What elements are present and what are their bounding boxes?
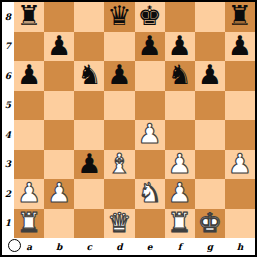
black-pawn-piece[interactable]: ♟ — [47, 32, 71, 59]
rank-labels: 87654321 — [2, 2, 14, 238]
rank-label-2: 2 — [2, 179, 14, 209]
square-b5[interactable] — [44, 91, 74, 121]
square-d2[interactable] — [104, 179, 134, 209]
square-b8[interactable] — [44, 2, 74, 32]
square-d5[interactable] — [104, 91, 134, 121]
rank-label-3: 3 — [2, 150, 14, 180]
rank-label-4: 4 — [2, 120, 14, 150]
square-g4[interactable] — [195, 120, 225, 150]
square-g3[interactable] — [195, 150, 225, 180]
square-d3[interactable]: ♝ — [104, 150, 134, 180]
white-pawn-piece[interactable]: ♟ — [137, 120, 161, 147]
file-label-f: f — [165, 238, 195, 255]
black-knight-piece[interactable]: ♞ — [168, 61, 192, 88]
square-g7[interactable] — [195, 32, 225, 62]
white-rook-piece[interactable]: ♜ — [17, 209, 41, 236]
black-pawn-piece[interactable]: ♟ — [137, 32, 161, 59]
square-d8[interactable]: ♛ — [104, 2, 134, 32]
square-a7[interactable] — [14, 32, 44, 62]
black-pawn-piece[interactable]: ♟ — [107, 61, 131, 88]
square-e7[interactable]: ♟ — [135, 32, 165, 62]
rank-label-7: 7 — [2, 32, 14, 62]
square-d6[interactable]: ♟ — [104, 61, 134, 91]
square-b7[interactable]: ♟ — [44, 32, 74, 62]
white-king-piece[interactable]: ♚ — [198, 209, 222, 236]
square-f8[interactable] — [165, 2, 195, 32]
square-g5[interactable] — [195, 91, 225, 121]
white-pawn-piece[interactable]: ♟ — [168, 150, 192, 177]
rank-label-5: 5 — [2, 91, 14, 121]
black-queen-piece[interactable]: ♛ — [107, 2, 131, 29]
white-pawn-piece[interactable]: ♟ — [168, 179, 192, 206]
rank-label-8: 8 — [2, 2, 14, 32]
file-labels: abcdefgh — [14, 238, 255, 255]
square-h7[interactable]: ♟ — [225, 32, 255, 62]
black-rook-piece[interactable]: ♜ — [228, 2, 252, 29]
square-d7[interactable] — [104, 32, 134, 62]
file-label-h: h — [225, 238, 255, 255]
white-to-move-indicator-icon — [8, 239, 21, 252]
black-rook-piece[interactable]: ♜ — [17, 2, 41, 29]
square-d1[interactable]: ♛ — [104, 209, 134, 239]
rank-label-6: 6 — [2, 61, 14, 91]
square-a4[interactable] — [14, 120, 44, 150]
square-e5[interactable] — [135, 91, 165, 121]
square-f7[interactable]: ♟ — [165, 32, 195, 62]
square-h1[interactable] — [225, 209, 255, 239]
square-b2[interactable]: ♟ — [44, 179, 74, 209]
square-c7[interactable] — [74, 32, 104, 62]
square-e6[interactable] — [135, 61, 165, 91]
square-a2[interactable]: ♟ — [14, 179, 44, 209]
square-h6[interactable] — [225, 61, 255, 91]
square-g6[interactable]: ♟ — [195, 61, 225, 91]
square-f1[interactable]: ♜ — [165, 209, 195, 239]
chess-board: ♜♛♚♜♟♟♟♟♟♞♟♞♟♟♟♝♟♟♟♟♞♟♜♛♜♚ — [14, 2, 255, 238]
square-e3[interactable] — [135, 150, 165, 180]
square-a3[interactable] — [14, 150, 44, 180]
rank-label-1: 1 — [2, 209, 14, 239]
square-a6[interactable]: ♟ — [14, 61, 44, 91]
square-b6[interactable] — [44, 61, 74, 91]
square-h8[interactable]: ♜ — [225, 2, 255, 32]
square-e2[interactable]: ♞ — [135, 179, 165, 209]
square-a5[interactable] — [14, 91, 44, 121]
file-label-c: c — [74, 238, 104, 255]
black-pawn-piece[interactable]: ♟ — [228, 32, 252, 59]
square-c8[interactable] — [74, 2, 104, 32]
white-queen-piece[interactable]: ♛ — [107, 209, 131, 236]
square-f2[interactable]: ♟ — [165, 179, 195, 209]
square-h3[interactable]: ♟ — [225, 150, 255, 180]
square-b3[interactable] — [44, 150, 74, 180]
square-f4[interactable] — [165, 120, 195, 150]
black-knight-piece[interactable]: ♞ — [77, 61, 101, 88]
white-pawn-piece[interactable]: ♟ — [228, 150, 252, 177]
white-pawn-piece[interactable]: ♟ — [17, 179, 41, 206]
file-label-e: e — [135, 238, 165, 255]
square-e1[interactable] — [135, 209, 165, 239]
file-label-g: g — [195, 238, 225, 255]
white-rook-piece[interactable]: ♜ — [168, 209, 192, 236]
black-pawn-piece[interactable]: ♟ — [168, 32, 192, 59]
square-f3[interactable]: ♟ — [165, 150, 195, 180]
square-g1[interactable]: ♚ — [195, 209, 225, 239]
square-d4[interactable] — [104, 120, 134, 150]
square-h2[interactable] — [225, 179, 255, 209]
square-g8[interactable] — [195, 2, 225, 32]
square-c2[interactable] — [74, 179, 104, 209]
file-label-d: d — [104, 238, 134, 255]
black-pawn-piece[interactable]: ♟ — [198, 61, 222, 88]
square-c1[interactable] — [74, 209, 104, 239]
square-a8[interactable]: ♜ — [14, 2, 44, 32]
square-f6[interactable]: ♞ — [165, 61, 195, 91]
white-bishop-piece[interactable]: ♝ — [107, 150, 131, 177]
square-c3[interactable]: ♟ — [74, 150, 104, 180]
square-b1[interactable] — [44, 209, 74, 239]
square-c4[interactable] — [74, 120, 104, 150]
square-b4[interactable] — [44, 120, 74, 150]
white-pawn-piece[interactable]: ♟ — [47, 179, 71, 206]
square-h4[interactable] — [225, 120, 255, 150]
white-knight-piece[interactable]: ♞ — [137, 179, 161, 206]
black-king-piece[interactable]: ♚ — [137, 2, 161, 29]
chess-diagram: 87654321 ♜♛♚♜♟♟♟♟♟♞♟♞♟♟♟♝♟♟♟♟♞♟♜♛♜♚ abcd… — [0, 0, 257, 257]
diagram-layout: 87654321 ♜♛♚♜♟♟♟♟♟♞♟♞♟♟♟♝♟♟♟♟♞♟♜♛♜♚ abcd… — [2, 2, 255, 255]
square-e8[interactable]: ♚ — [135, 2, 165, 32]
file-label-b: b — [44, 238, 74, 255]
square-c5[interactable] — [74, 91, 104, 121]
square-a1[interactable]: ♜ — [14, 209, 44, 239]
black-pawn-piece[interactable]: ♟ — [17, 61, 41, 88]
square-e4[interactable]: ♟ — [135, 120, 165, 150]
square-g2[interactable] — [195, 179, 225, 209]
square-c6[interactable]: ♞ — [74, 61, 104, 91]
square-h5[interactable] — [225, 91, 255, 121]
black-pawn-piece[interactable]: ♟ — [77, 150, 101, 177]
square-f5[interactable] — [165, 91, 195, 121]
